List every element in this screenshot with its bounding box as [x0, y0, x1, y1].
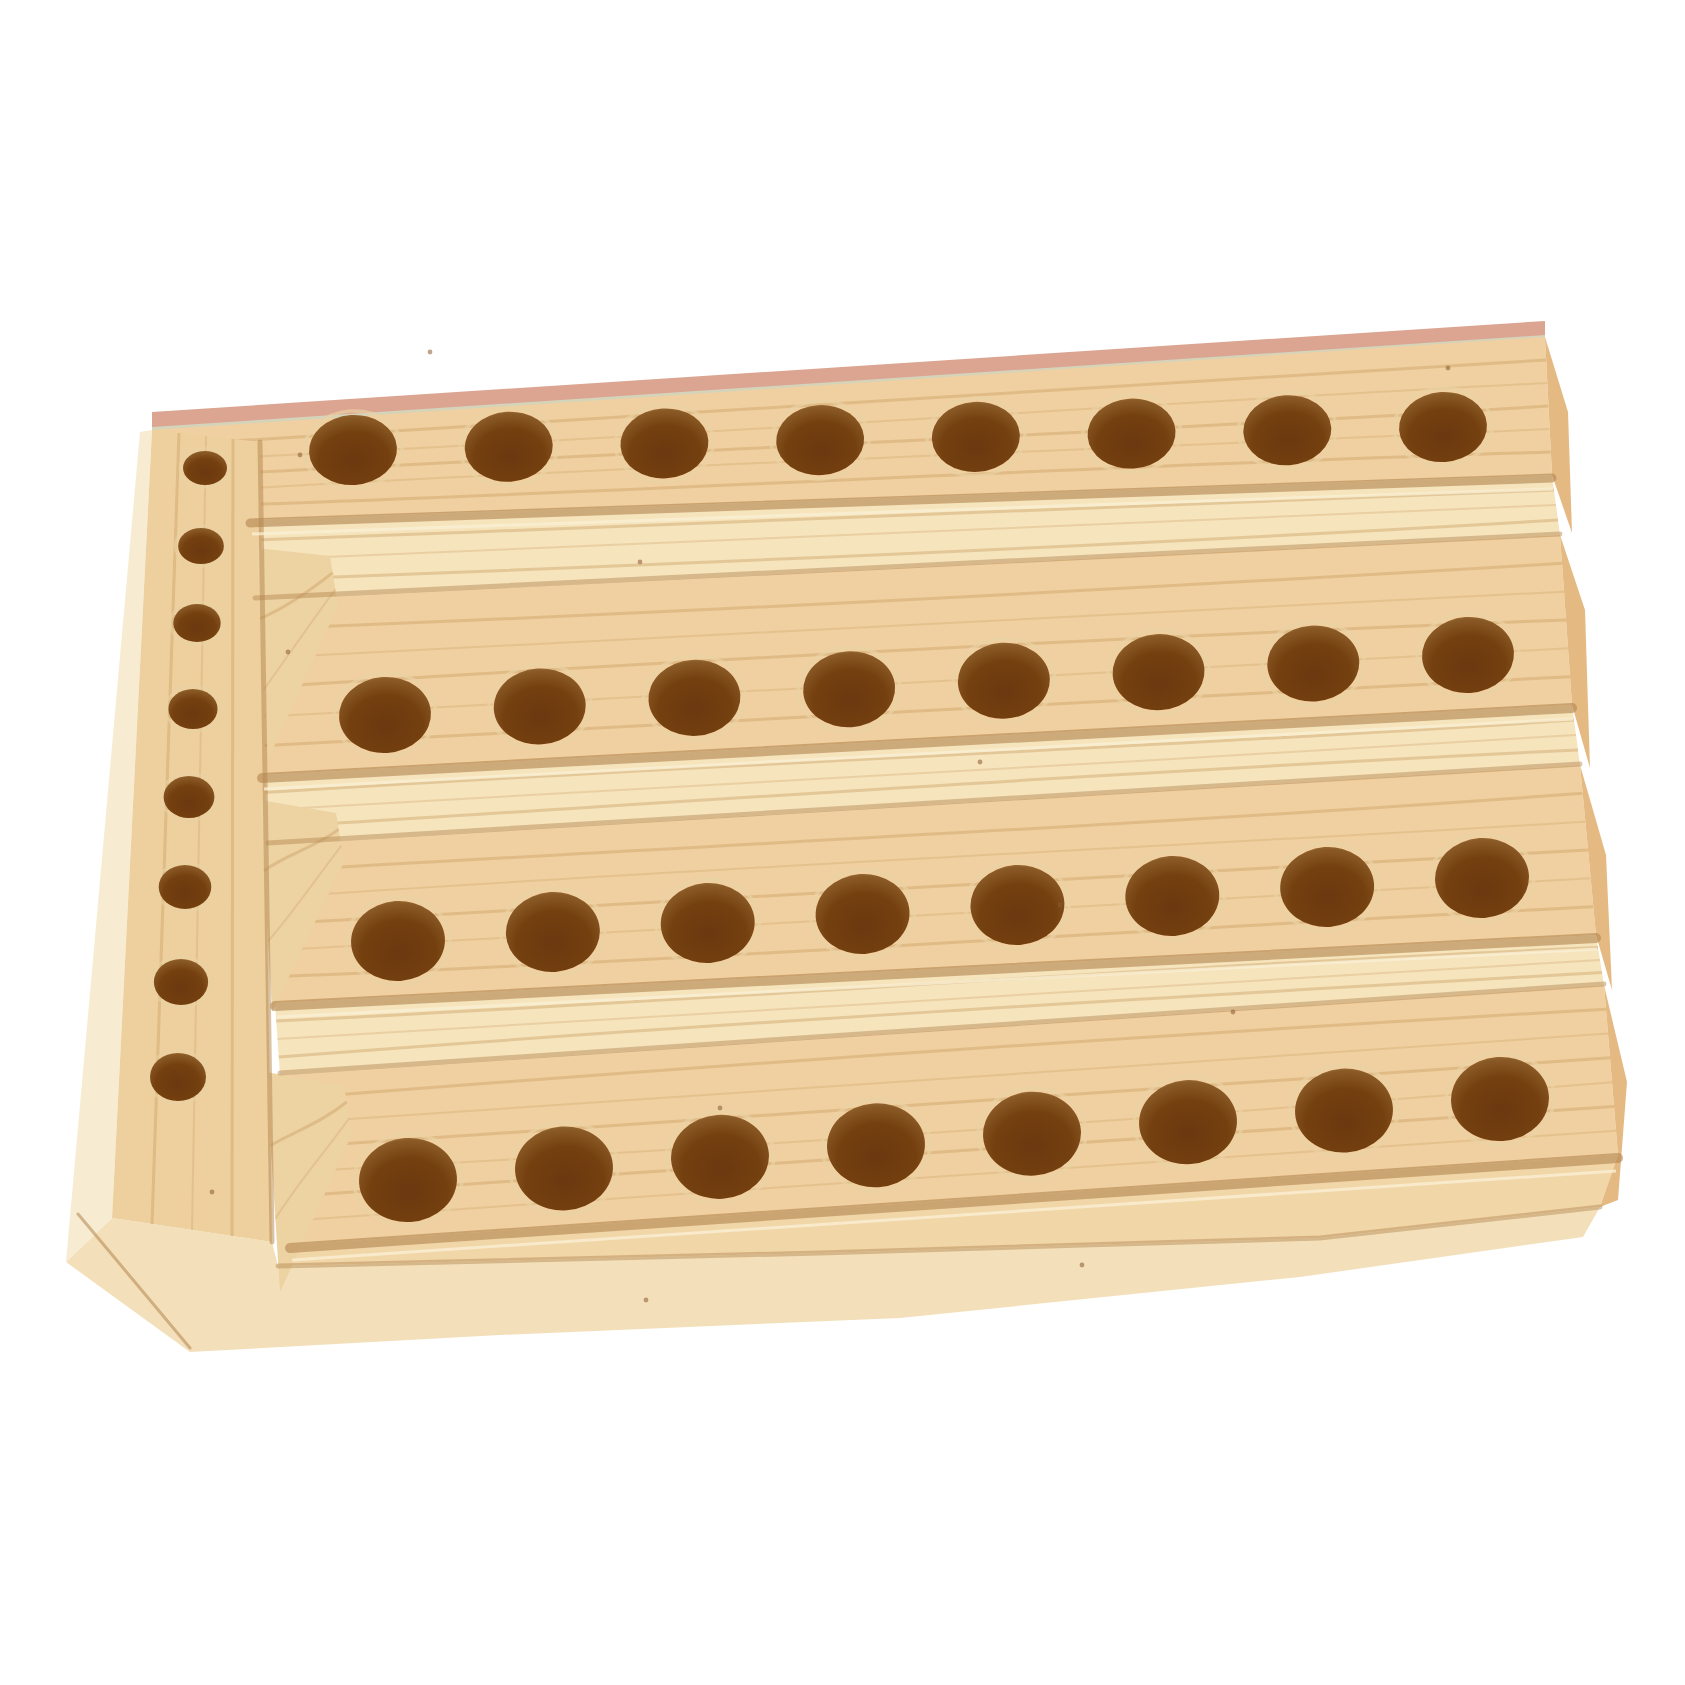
- wood-speck: [210, 1190, 215, 1195]
- wood-speck: [1446, 366, 1451, 371]
- wood-speck: [1231, 1010, 1236, 1015]
- wood-speck: [1058, 903, 1063, 908]
- wood-speck: [644, 1298, 649, 1303]
- wood-grain-line: [232, 439, 233, 1236]
- rail-hole-2: [178, 528, 224, 564]
- wood-speck: [428, 350, 433, 355]
- rail-hole-8: [150, 1053, 206, 1101]
- wood-speck: [1080, 1263, 1085, 1268]
- product-photo: [0, 0, 1685, 1685]
- rail-hole-3: [173, 604, 220, 642]
- rail-hole-1: [183, 451, 227, 485]
- rail-hole-6: [159, 865, 212, 909]
- wood-speck: [286, 650, 291, 655]
- wood-speck: [638, 560, 643, 565]
- rail-hole-5: [164, 776, 215, 818]
- wood-speck: [298, 453, 303, 458]
- rail-hole-7: [154, 959, 208, 1005]
- wood-speck: [718, 1106, 723, 1111]
- rail-hole-4: [168, 689, 217, 729]
- wood-speck: [978, 760, 983, 765]
- rack-photo-svg: [0, 0, 1685, 1685]
